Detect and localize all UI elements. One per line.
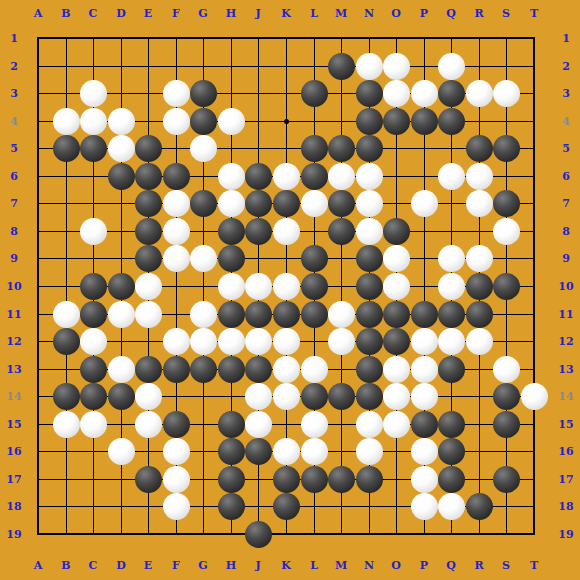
stone-white-M12[interactable]: [328, 328, 355, 355]
stone-white-H12[interactable]: [218, 328, 245, 355]
row-label-left-2: 2: [4, 61, 24, 72]
stone-black-G13[interactable]: [190, 356, 217, 383]
col-label-top-K: K: [276, 8, 296, 19]
col-label-top-E: E: [138, 8, 158, 19]
row-label-right-4: 4: [556, 116, 576, 127]
stone-black-C10[interactable]: [80, 273, 107, 300]
row-label-right-1: 1: [556, 33, 576, 44]
row-label-right-12: 12: [556, 336, 576, 347]
stone-white-E15[interactable]: [135, 411, 162, 438]
stone-white-N8[interactable]: [356, 218, 383, 245]
stone-black-N5[interactable]: [356, 135, 383, 162]
row-label-right-3: 3: [556, 88, 576, 99]
stone-black-Q16[interactable]: [438, 438, 465, 465]
stone-white-T14[interactable]: [521, 383, 548, 410]
stone-black-L10[interactable]: [301, 273, 328, 300]
stone-white-D13[interactable]: [108, 356, 135, 383]
stone-black-M2[interactable]: [328, 53, 355, 80]
row-label-left-16: 16: [4, 446, 24, 457]
stone-black-K11[interactable]: [273, 301, 300, 328]
stone-black-P15[interactable]: [411, 411, 438, 438]
stone-white-P7[interactable]: [411, 190, 438, 217]
stone-black-L17[interactable]: [301, 466, 328, 493]
row-label-left-12: 12: [4, 336, 24, 347]
stone-white-K13[interactable]: [273, 356, 300, 383]
stone-black-B12[interactable]: [53, 328, 80, 355]
stone-black-N3[interactable]: [356, 80, 383, 107]
row-label-right-5: 5: [556, 143, 576, 154]
row-label-right-6: 6: [556, 171, 576, 182]
stone-white-F4[interactable]: [163, 108, 190, 135]
stone-black-J19[interactable]: [245, 521, 272, 548]
stone-white-F3[interactable]: [163, 80, 190, 107]
col-label-bottom-P: P: [414, 560, 434, 571]
stone-black-O8[interactable]: [383, 218, 410, 245]
stone-black-G4[interactable]: [190, 108, 217, 135]
col-label-top-D: D: [111, 8, 131, 19]
stone-black-C5[interactable]: [80, 135, 107, 162]
stone-white-J15[interactable]: [245, 411, 272, 438]
stone-black-D14[interactable]: [108, 383, 135, 410]
stone-white-E10[interactable]: [135, 273, 162, 300]
col-label-bottom-Q: Q: [441, 560, 461, 571]
stone-white-P3[interactable]: [411, 80, 438, 107]
stone-black-C14[interactable]: [80, 383, 107, 410]
col-label-top-J: J: [248, 8, 268, 19]
stone-white-C8[interactable]: [80, 218, 107, 245]
col-label-top-B: B: [56, 8, 76, 19]
stone-white-H4[interactable]: [218, 108, 245, 135]
stone-black-Q13[interactable]: [438, 356, 465, 383]
row-label-left-4: 4: [4, 116, 24, 127]
row-label-left-18: 18: [4, 501, 24, 512]
stone-white-L16[interactable]: [301, 438, 328, 465]
grid-line-vertical: [533, 37, 535, 535]
stone-white-G5[interactable]: [190, 135, 217, 162]
grid-line-horizontal: [37, 533, 535, 535]
stone-black-N4[interactable]: [356, 108, 383, 135]
stone-white-C12[interactable]: [80, 328, 107, 355]
col-label-top-S: S: [496, 8, 516, 19]
stone-black-S7[interactable]: [493, 190, 520, 217]
stone-black-N17[interactable]: [356, 466, 383, 493]
stone-black-S5[interactable]: [493, 135, 520, 162]
stone-white-E14[interactable]: [135, 383, 162, 410]
stone-white-K14[interactable]: [273, 383, 300, 410]
stone-black-N9[interactable]: [356, 245, 383, 272]
col-label-bottom-B: B: [56, 560, 76, 571]
stone-white-D4[interactable]: [108, 108, 135, 135]
stone-black-M5[interactable]: [328, 135, 355, 162]
stone-black-L14[interactable]: [301, 383, 328, 410]
stone-white-Q9[interactable]: [438, 245, 465, 272]
row-label-left-7: 7: [4, 198, 24, 209]
stone-black-J8[interactable]: [245, 218, 272, 245]
stone-white-O15[interactable]: [383, 411, 410, 438]
row-label-left-3: 3: [4, 88, 24, 99]
col-label-top-G: G: [193, 8, 213, 19]
stone-white-R9[interactable]: [466, 245, 493, 272]
stone-white-G11[interactable]: [190, 301, 217, 328]
stone-black-K18[interactable]: [273, 493, 300, 520]
row-label-right-17: 17: [556, 474, 576, 485]
col-label-bottom-K: K: [276, 560, 296, 571]
stone-black-J11[interactable]: [245, 301, 272, 328]
stone-black-F15[interactable]: [163, 411, 190, 438]
row-label-right-2: 2: [556, 61, 576, 72]
row-label-left-9: 9: [4, 253, 24, 264]
stone-white-K12[interactable]: [273, 328, 300, 355]
stone-white-M11[interactable]: [328, 301, 355, 328]
stone-black-M8[interactable]: [328, 218, 355, 245]
stone-black-S10[interactable]: [493, 273, 520, 300]
stone-black-E17[interactable]: [135, 466, 162, 493]
stone-white-N16[interactable]: [356, 438, 383, 465]
col-label-top-A: A: [28, 8, 48, 19]
stone-white-G12[interactable]: [190, 328, 217, 355]
stone-black-O12[interactable]: [383, 328, 410, 355]
stone-white-Q18[interactable]: [438, 493, 465, 520]
col-label-top-C: C: [83, 8, 103, 19]
stone-white-G9[interactable]: [190, 245, 217, 272]
stone-black-O11[interactable]: [383, 301, 410, 328]
stone-white-S13[interactable]: [493, 356, 520, 383]
stone-black-H8[interactable]: [218, 218, 245, 245]
stone-black-L11[interactable]: [301, 301, 328, 328]
stone-black-G7[interactable]: [190, 190, 217, 217]
goban[interactable]: AABBCCDDEEFFGGHHJJKKLLMMNNOOPPQQRRSSTT11…: [0, 0, 580, 580]
stone-white-F16[interactable]: [163, 438, 190, 465]
stone-white-M6[interactable]: [328, 163, 355, 190]
stone-black-S17[interactable]: [493, 466, 520, 493]
col-label-bottom-L: L: [304, 560, 324, 571]
stone-white-D5[interactable]: [108, 135, 135, 162]
stone-white-L7[interactable]: [301, 190, 328, 217]
stone-white-C4[interactable]: [80, 108, 107, 135]
stone-black-G3[interactable]: [190, 80, 217, 107]
stone-black-Q11[interactable]: [438, 301, 465, 328]
stone-white-J14[interactable]: [245, 383, 272, 410]
stone-white-S8[interactable]: [493, 218, 520, 245]
stone-white-F8[interactable]: [163, 218, 190, 245]
stone-black-L3[interactable]: [301, 80, 328, 107]
stone-black-N13[interactable]: [356, 356, 383, 383]
stone-black-H17[interactable]: [218, 466, 245, 493]
stone-white-O3[interactable]: [383, 80, 410, 107]
stone-white-R12[interactable]: [466, 328, 493, 355]
stone-black-D6[interactable]: [108, 163, 135, 190]
stone-white-B15[interactable]: [53, 411, 80, 438]
col-label-bottom-N: N: [359, 560, 379, 571]
stone-white-P13[interactable]: [411, 356, 438, 383]
row-label-left-6: 6: [4, 171, 24, 182]
stone-black-E8[interactable]: [135, 218, 162, 245]
row-label-right-8: 8: [556, 226, 576, 237]
stone-black-R18[interactable]: [466, 493, 493, 520]
col-label-bottom-R: R: [469, 560, 489, 571]
stone-black-J16[interactable]: [245, 438, 272, 465]
row-label-left-8: 8: [4, 226, 24, 237]
stone-black-M14[interactable]: [328, 383, 355, 410]
stone-white-C15[interactable]: [80, 411, 107, 438]
col-label-top-N: N: [359, 8, 379, 19]
col-label-top-T: T: [524, 8, 544, 19]
stone-white-P16[interactable]: [411, 438, 438, 465]
stone-black-B14[interactable]: [53, 383, 80, 410]
stone-white-F7[interactable]: [163, 190, 190, 217]
stone-white-P12[interactable]: [411, 328, 438, 355]
col-label-top-R: R: [469, 8, 489, 19]
stone-black-R5[interactable]: [466, 135, 493, 162]
stone-black-E5[interactable]: [135, 135, 162, 162]
row-label-right-18: 18: [556, 501, 576, 512]
stone-white-J12[interactable]: [245, 328, 272, 355]
col-label-bottom-C: C: [83, 560, 103, 571]
stone-white-O13[interactable]: [383, 356, 410, 383]
row-label-right-19: 19: [556, 529, 576, 540]
stone-black-N11[interactable]: [356, 301, 383, 328]
stone-white-O2[interactable]: [383, 53, 410, 80]
stone-white-S3[interactable]: [493, 80, 520, 107]
col-label-bottom-T: T: [524, 560, 544, 571]
stone-black-N14[interactable]: [356, 383, 383, 410]
row-label-left-15: 15: [4, 419, 24, 430]
stone-white-H6[interactable]: [218, 163, 245, 190]
stone-white-N15[interactable]: [356, 411, 383, 438]
row-label-left-19: 19: [4, 529, 24, 540]
stone-white-K16[interactable]: [273, 438, 300, 465]
col-label-bottom-E: E: [138, 560, 158, 571]
row-label-right-16: 16: [556, 446, 576, 457]
row-label-right-13: 13: [556, 364, 576, 375]
row-label-right-15: 15: [556, 419, 576, 430]
col-label-top-P: P: [414, 8, 434, 19]
stone-black-F13[interactable]: [163, 356, 190, 383]
stone-black-K17[interactable]: [273, 466, 300, 493]
stone-black-R10[interactable]: [466, 273, 493, 300]
stone-black-E6[interactable]: [135, 163, 162, 190]
stone-black-N10[interactable]: [356, 273, 383, 300]
stone-white-K10[interactable]: [273, 273, 300, 300]
stone-white-B4[interactable]: [53, 108, 80, 135]
row-label-right-14: 14: [556, 391, 576, 402]
stone-white-N6[interactable]: [356, 163, 383, 190]
stone-white-F17[interactable]: [163, 466, 190, 493]
col-label-top-H: H: [221, 8, 241, 19]
stone-black-P4[interactable]: [411, 108, 438, 135]
stone-white-R7[interactable]: [466, 190, 493, 217]
row-label-left-13: 13: [4, 364, 24, 375]
stone-black-O4[interactable]: [383, 108, 410, 135]
row-label-right-7: 7: [556, 198, 576, 209]
row-label-left-5: 5: [4, 143, 24, 154]
stone-white-O10[interactable]: [383, 273, 410, 300]
stone-black-P11[interactable]: [411, 301, 438, 328]
stone-black-H18[interactable]: [218, 493, 245, 520]
stone-white-B11[interactable]: [53, 301, 80, 328]
stone-white-Q12[interactable]: [438, 328, 465, 355]
stone-white-L13[interactable]: [301, 356, 328, 383]
stone-black-H11[interactable]: [218, 301, 245, 328]
stone-white-N7[interactable]: [356, 190, 383, 217]
row-label-left-14: 14: [4, 391, 24, 402]
stone-black-C11[interactable]: [80, 301, 107, 328]
col-label-top-O: O: [386, 8, 406, 19]
grid-line-vertical: [341, 37, 342, 535]
stone-white-P14[interactable]: [411, 383, 438, 410]
stone-white-O14[interactable]: [383, 383, 410, 410]
col-label-bottom-J: J: [248, 560, 268, 571]
stone-black-Q17[interactable]: [438, 466, 465, 493]
stone-white-F18[interactable]: [163, 493, 190, 520]
stone-black-B5[interactable]: [53, 135, 80, 162]
stone-white-D16[interactable]: [108, 438, 135, 465]
stone-black-E7[interactable]: [135, 190, 162, 217]
col-label-top-Q: Q: [441, 8, 461, 19]
col-label-bottom-M: M: [331, 560, 351, 571]
row-label-right-11: 11: [556, 309, 576, 320]
col-label-bottom-S: S: [496, 560, 516, 571]
row-label-right-10: 10: [556, 281, 576, 292]
row-label-left-10: 10: [4, 281, 24, 292]
stone-black-S15[interactable]: [493, 411, 520, 438]
col-label-bottom-H: H: [221, 560, 241, 571]
stone-black-C13[interactable]: [80, 356, 107, 383]
stone-black-D10[interactable]: [108, 273, 135, 300]
stone-black-S14[interactable]: [493, 383, 520, 410]
stone-black-H16[interactable]: [218, 438, 245, 465]
stone-black-L5[interactable]: [301, 135, 328, 162]
stone-white-H7[interactable]: [218, 190, 245, 217]
stone-black-H9[interactable]: [218, 245, 245, 272]
stone-black-Q15[interactable]: [438, 411, 465, 438]
stone-black-J13[interactable]: [245, 356, 272, 383]
col-label-top-L: L: [304, 8, 324, 19]
row-label-left-1: 1: [4, 33, 24, 44]
stone-black-L9[interactable]: [301, 245, 328, 272]
stone-white-D11[interactable]: [108, 301, 135, 328]
stone-white-Q2[interactable]: [438, 53, 465, 80]
stone-black-N12[interactable]: [356, 328, 383, 355]
stone-white-Q10[interactable]: [438, 273, 465, 300]
stone-black-H15[interactable]: [218, 411, 245, 438]
stone-black-Q3[interactable]: [438, 80, 465, 107]
stone-white-L15[interactable]: [301, 411, 328, 438]
stone-white-Q6[interactable]: [438, 163, 465, 190]
stone-white-C3[interactable]: [80, 80, 107, 107]
stone-black-L6[interactable]: [301, 163, 328, 190]
stone-black-H13[interactable]: [218, 356, 245, 383]
stone-white-O9[interactable]: [383, 245, 410, 272]
row-label-right-9: 9: [556, 253, 576, 264]
stone-white-P18[interactable]: [411, 493, 438, 520]
stone-black-M17[interactable]: [328, 466, 355, 493]
stone-white-R6[interactable]: [466, 163, 493, 190]
stone-black-J7[interactable]: [245, 190, 272, 217]
stone-white-P17[interactable]: [411, 466, 438, 493]
stone-white-E11[interactable]: [135, 301, 162, 328]
col-label-bottom-G: G: [193, 560, 213, 571]
row-label-left-17: 17: [4, 474, 24, 485]
stone-white-F9[interactable]: [163, 245, 190, 272]
stone-white-H10[interactable]: [218, 273, 245, 300]
stone-black-E13[interactable]: [135, 356, 162, 383]
stone-black-M7[interactable]: [328, 190, 355, 217]
stone-white-K6[interactable]: [273, 163, 300, 190]
stone-white-K8[interactable]: [273, 218, 300, 245]
col-label-bottom-A: A: [28, 560, 48, 571]
stone-black-Q4[interactable]: [438, 108, 465, 135]
col-label-top-F: F: [166, 8, 186, 19]
col-label-top-M: M: [331, 8, 351, 19]
stone-black-K7[interactable]: [273, 190, 300, 217]
stone-white-J10[interactable]: [245, 273, 272, 300]
stone-black-F6[interactable]: [163, 163, 190, 190]
stone-white-R3[interactable]: [466, 80, 493, 107]
col-label-bottom-F: F: [166, 560, 186, 571]
stone-black-E9[interactable]: [135, 245, 162, 272]
stone-white-N2[interactable]: [356, 53, 383, 80]
stone-black-J6[interactable]: [245, 163, 272, 190]
stone-white-F12[interactable]: [163, 328, 190, 355]
row-label-left-11: 11: [4, 309, 24, 320]
star-point-K4: [284, 119, 289, 124]
stone-black-R11[interactable]: [466, 301, 493, 328]
col-label-bottom-O: O: [386, 560, 406, 571]
col-label-bottom-D: D: [111, 560, 131, 571]
